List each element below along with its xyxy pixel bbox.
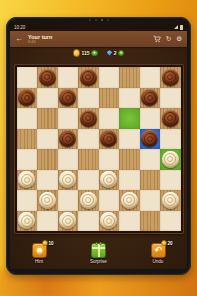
board-cell[interactable] [37, 88, 58, 109]
board-cell[interactable] [37, 108, 58, 129]
battery-icon [180, 25, 183, 30]
dark-piece[interactable] [18, 89, 35, 106]
surprise-button[interactable]: Surprise [86, 243, 112, 265]
dark-piece[interactable] [100, 130, 117, 147]
board-cell[interactable] [78, 211, 99, 232]
board-cell[interactable] [78, 108, 99, 129]
dark-piece[interactable] [80, 110, 97, 127]
add-coins-button[interactable]: + [91, 50, 98, 57]
hint-button[interactable]: 10 Hint [26, 243, 52, 265]
board-cell[interactable] [17, 88, 38, 109]
board-cell[interactable] [78, 129, 99, 150]
board-cell[interactable] [37, 170, 58, 191]
board-cell[interactable] [58, 108, 79, 129]
board-cell[interactable] [140, 88, 161, 109]
dark-piece[interactable] [39, 69, 56, 86]
board-cell[interactable] [17, 170, 38, 191]
rotate-icon[interactable]: ↻ [166, 36, 171, 43]
board-cell[interactable] [119, 190, 140, 211]
currency-row: 115 + 2 + [10, 47, 187, 59]
board-cell[interactable] [99, 108, 120, 129]
board-cell[interactable] [160, 190, 181, 211]
hint-cost: 10 [48, 241, 53, 246]
coin-icon [73, 49, 81, 57]
status-bar: 10:20 [10, 23, 187, 31]
white-piece[interactable] [80, 192, 97, 209]
dark-piece[interactable] [141, 89, 158, 106]
board-cell[interactable] [37, 211, 58, 232]
dark-piece[interactable] [80, 69, 97, 86]
board-cell[interactable] [17, 129, 38, 150]
board-cell[interactable] [58, 149, 79, 170]
board-cell[interactable] [160, 108, 181, 129]
dark-piece[interactable] [162, 69, 179, 86]
board-cell[interactable] [160, 211, 181, 232]
dark-piece[interactable] [59, 130, 76, 147]
board-area [10, 65, 187, 233]
board-cell[interactable] [58, 190, 79, 211]
board-cell[interactable] [58, 129, 79, 150]
white-piece[interactable] [100, 212, 117, 229]
board-cell[interactable] [160, 129, 181, 150]
board-cell[interactable] [17, 67, 38, 88]
white-piece[interactable] [100, 171, 117, 188]
white-piece[interactable] [39, 192, 56, 209]
lightbulb-icon [37, 248, 42, 253]
board-cell[interactable] [160, 170, 181, 191]
front-camera [89, 19, 109, 21]
board-cell[interactable] [99, 129, 120, 150]
board-cell[interactable] [58, 67, 79, 88]
gems-chip[interactable]: 2 + [107, 50, 125, 57]
undo-arrow-icon: ↶ [154, 245, 162, 254]
board-cell[interactable] [58, 170, 79, 191]
signal-icon [174, 25, 178, 29]
white-piece[interactable] [59, 212, 76, 229]
board-cell[interactable] [119, 108, 140, 129]
board-cell[interactable] [17, 149, 38, 170]
hint-label: Hint [35, 259, 43, 264]
white-piece[interactable] [121, 192, 138, 209]
dark-piece[interactable] [162, 110, 179, 127]
undo-button[interactable]: ↶ 20 Undo [145, 243, 171, 265]
app-bar: ← Your turn 0:20 ↻ ⚙ [10, 31, 187, 47]
coins-count: 115 [82, 50, 90, 56]
board-cell[interactable] [78, 149, 99, 170]
bottom-bar: 10 Hint Surprise ↶ 20 Undo [10, 233, 187, 269]
dark-piece[interactable] [141, 130, 158, 147]
white-piece[interactable] [162, 192, 179, 209]
board-cell[interactable] [58, 211, 79, 232]
board-cell[interactable] [99, 211, 120, 232]
board-cell[interactable] [160, 149, 181, 170]
board-cell[interactable] [140, 129, 161, 150]
board-cell[interactable] [119, 129, 140, 150]
board-frame [15, 65, 183, 233]
surprise-label: Surprise [90, 259, 107, 264]
board-cell[interactable] [140, 190, 161, 211]
white-piece[interactable] [18, 171, 35, 188]
board-cell[interactable] [37, 67, 58, 88]
board-cell[interactable] [37, 149, 58, 170]
board-cell[interactable] [160, 67, 181, 88]
app-screen: 10:20 ← Your turn 0:20 ↻ ⚙ [10, 23, 187, 269]
gems-count: 2 [114, 50, 117, 56]
white-piece[interactable] [162, 151, 179, 168]
undo-cost: 20 [167, 241, 172, 246]
board-cell[interactable] [119, 67, 140, 88]
board-cell[interactable] [140, 170, 161, 191]
status-time: 10:20 [14, 25, 25, 30]
settings-gear-icon[interactable]: ⚙ [176, 36, 182, 43]
board-cell[interactable] [99, 149, 120, 170]
board-cell[interactable] [140, 211, 161, 232]
tablet-frame: 10:20 ← Your turn 0:20 ↻ ⚙ [6, 17, 191, 275]
board-cell[interactable] [99, 190, 120, 211]
board-cell[interactable] [78, 67, 99, 88]
board-cell[interactable] [17, 108, 38, 129]
board-cell[interactable] [119, 211, 140, 232]
board-cell[interactable] [119, 149, 140, 170]
undo-label: Undo [153, 259, 164, 264]
board-cell[interactable] [119, 88, 140, 109]
checkers-board [17, 67, 181, 231]
board-cell[interactable] [160, 88, 181, 109]
dark-piece[interactable] [59, 89, 76, 106]
shop-cart-icon[interactable] [153, 35, 161, 43]
coins-chip[interactable]: 115 + [73, 49, 98, 57]
board-cell[interactable] [119, 170, 140, 191]
back-arrow-icon[interactable]: ← [15, 35, 23, 43]
white-piece[interactable] [18, 212, 35, 229]
add-gems-button[interactable]: + [118, 50, 125, 57]
board-cell[interactable] [17, 211, 38, 232]
board-cell[interactable] [99, 67, 120, 88]
board-cell[interactable] [140, 108, 161, 129]
white-piece[interactable] [59, 171, 76, 188]
board-cell[interactable] [17, 190, 38, 211]
board-cell[interactable] [37, 190, 58, 211]
board-cell[interactable] [140, 67, 161, 88]
board-cell[interactable] [78, 190, 99, 211]
gem-icon [107, 50, 113, 56]
board-cell[interactable] [140, 149, 161, 170]
board-cell[interactable] [99, 170, 120, 191]
board-cell[interactable] [37, 129, 58, 150]
turn-timer: 0:20 [28, 40, 52, 44]
gift-icon [91, 243, 106, 258]
board-cell[interactable] [78, 88, 99, 109]
board-cell[interactable] [78, 170, 99, 191]
board-cell[interactable] [58, 88, 79, 109]
board-cell[interactable] [99, 88, 120, 109]
